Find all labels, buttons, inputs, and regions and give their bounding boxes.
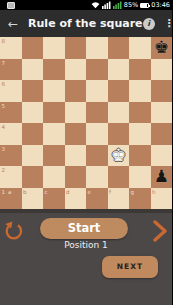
signal-sim2-icon (113, 1, 122, 9)
signal-sim1-icon (102, 1, 111, 9)
black-pawn-piece[interactable]: ♟ (154, 168, 169, 185)
status-bar: 85% 03:46 (0, 0, 172, 10)
rank-label-8: 8 (2, 38, 6, 44)
square-a1[interactable]: 1a (0, 188, 22, 210)
rank-label-7: 7 (2, 60, 6, 66)
square-f4[interactable] (108, 123, 130, 145)
wifi-icon (91, 1, 100, 9)
chess-board: 8♚76543♚2♟1abcdefgh (0, 37, 172, 209)
info-icon[interactable]: i (143, 18, 155, 30)
square-c5[interactable] (43, 102, 65, 124)
square-h6[interactable] (151, 80, 173, 102)
controls-panel: Start Position 1 NEXT (0, 213, 172, 305)
square-d2[interactable] (65, 166, 87, 188)
square-d5[interactable] (65, 102, 87, 124)
square-e4[interactable] (86, 123, 108, 145)
square-b5[interactable] (22, 102, 44, 124)
square-g1[interactable]: g (129, 188, 151, 210)
square-h2[interactable]: ♟ (151, 166, 173, 188)
square-c8[interactable] (43, 37, 65, 59)
square-h7[interactable] (151, 59, 173, 81)
square-a2[interactable]: 2 (0, 166, 22, 188)
next-button[interactable]: NEXT (102, 256, 158, 278)
rank-label-6: 6 (2, 81, 6, 87)
square-g5[interactable] (129, 102, 151, 124)
square-b8[interactable] (22, 37, 44, 59)
square-e5[interactable] (86, 102, 108, 124)
square-g2[interactable] (129, 166, 151, 188)
square-a7[interactable]: 7 (0, 59, 22, 81)
square-d1[interactable]: d (65, 188, 87, 210)
square-h8[interactable]: ♚ (151, 37, 173, 59)
square-d7[interactable] (65, 59, 87, 81)
square-c7[interactable] (43, 59, 65, 81)
square-g6[interactable] (129, 80, 151, 102)
square-c6[interactable] (43, 80, 65, 102)
square-g3[interactable] (129, 145, 151, 167)
square-c4[interactable] (43, 123, 65, 145)
file-label-d: d (66, 189, 70, 195)
square-f2[interactable] (108, 166, 130, 188)
square-b6[interactable] (22, 80, 44, 102)
square-a4[interactable]: 4 (0, 123, 22, 145)
square-b7[interactable] (22, 59, 44, 81)
square-c3[interactable] (43, 145, 65, 167)
square-d4[interactable] (65, 123, 87, 145)
square-g7[interactable] (129, 59, 151, 81)
notification-screenshot-icon (7, 2, 15, 9)
square-e8[interactable] (86, 37, 108, 59)
rank-label-4: 4 (2, 124, 6, 130)
square-h5[interactable] (151, 102, 173, 124)
square-b1[interactable]: b (22, 188, 44, 210)
square-g8[interactable] (129, 37, 151, 59)
white-king-piece[interactable]: ♚ (111, 147, 126, 164)
square-h1[interactable]: h (151, 188, 173, 210)
file-label-b: b (23, 189, 27, 195)
square-c1[interactable]: c (43, 188, 65, 210)
app-screen: 85% 03:46 ← Rule of the square i ⋮ 8♚765… (0, 0, 172, 305)
file-label-g: g (131, 189, 135, 195)
square-e3[interactable] (86, 145, 108, 167)
square-a3[interactable]: 3 (0, 145, 22, 167)
rank-label-3: 3 (2, 146, 6, 152)
black-king-piece[interactable]: ♚ (154, 39, 169, 56)
square-f3[interactable]: ♚ (108, 145, 130, 167)
file-label-h: h (152, 189, 156, 195)
square-g4[interactable] (129, 123, 151, 145)
square-e2[interactable] (86, 166, 108, 188)
square-d6[interactable] (65, 80, 87, 102)
square-e7[interactable] (86, 59, 108, 81)
battery-percent: 85% (124, 0, 138, 10)
square-b2[interactable] (22, 166, 44, 188)
overflow-menu-icon[interactable]: ⋮ (164, 17, 172, 30)
rank-label-1: 1 (2, 189, 6, 195)
square-a5[interactable]: 5 (0, 102, 22, 124)
reset-icon[interactable] (3, 221, 24, 242)
file-label-e: e (88, 189, 91, 195)
file-label-f: f (109, 189, 111, 195)
app-bar: ← Rule of the square i ⋮ (0, 10, 172, 37)
square-f7[interactable] (108, 59, 130, 81)
square-e6[interactable] (86, 80, 108, 102)
square-f5[interactable] (108, 102, 130, 124)
back-icon[interactable]: ← (8, 17, 18, 31)
file-label-a: a (8, 189, 11, 195)
square-d8[interactable] (65, 37, 87, 59)
file-label-c: c (45, 189, 48, 195)
square-a6[interactable]: 6 (0, 80, 22, 102)
square-f6[interactable] (108, 80, 130, 102)
square-d3[interactable] (65, 145, 87, 167)
next-arrow-icon[interactable] (152, 220, 168, 242)
square-f1[interactable]: f (108, 188, 130, 210)
square-h4[interactable] (151, 123, 173, 145)
page-title: Rule of the square (28, 17, 142, 30)
square-c2[interactable] (43, 166, 65, 188)
battery-icon (140, 3, 149, 8)
square-h3[interactable] (151, 145, 173, 167)
position-label: Position 1 (0, 240, 172, 250)
square-f8[interactable] (108, 37, 130, 59)
square-b4[interactable] (22, 123, 44, 145)
rank-label-2: 2 (2, 167, 6, 173)
rank-label-5: 5 (2, 103, 6, 109)
square-a8[interactable]: 8 (0, 37, 22, 59)
start-button[interactable]: Start (40, 218, 128, 239)
square-b3[interactable] (22, 145, 44, 167)
clock: 03:46 (151, 0, 170, 10)
square-e1[interactable]: e (86, 188, 108, 210)
